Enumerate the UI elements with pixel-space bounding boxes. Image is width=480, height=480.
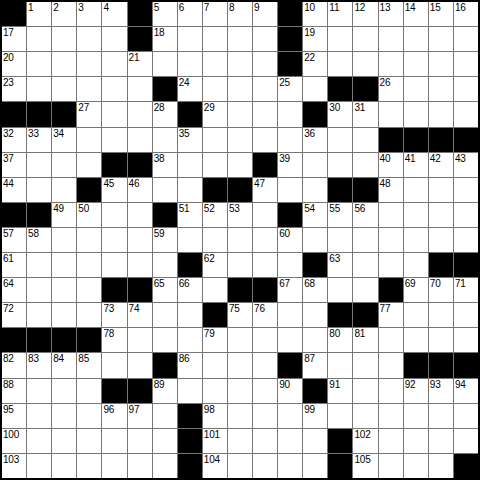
cell-r15c18[interactable]: 94 [454,379,478,403]
cell-r5c12[interactable]: 36 [303,128,327,152]
cell-r4c5[interactable] [128,102,152,126]
cell-r14c1[interactable]: 83 [27,353,51,377]
cell-r10c14[interactable] [353,253,377,277]
cell-r17c17[interactable] [429,429,453,453]
cell-r1c8[interactable] [203,27,227,51]
cell-r13c15[interactable] [379,328,403,352]
cell-r9c17[interactable] [429,228,453,252]
cell-r16c16[interactable] [404,404,428,428]
cell-r16c2[interactable] [52,404,76,428]
cell-r0c10[interactable]: 9 [253,2,277,26]
cell-r9c4[interactable] [102,228,126,252]
cell-r13c16[interactable] [404,328,428,352]
cell-r3c1[interactable] [27,77,51,101]
cell-r6c1[interactable] [27,153,51,177]
cell-r1c2[interactable] [52,27,76,51]
cell-r12c17[interactable] [429,303,453,327]
cell-r5c7[interactable]: 35 [178,128,202,152]
cell-r1c17[interactable] [429,27,453,51]
cell-r12c3[interactable] [77,303,101,327]
cell-r1c1[interactable] [27,27,51,51]
cell-r10c3[interactable] [77,253,101,277]
cell-r13c17[interactable] [429,328,453,352]
cell-r13c18[interactable] [454,328,478,352]
cell-r13c4[interactable]: 78 [102,328,126,352]
cell-r0c1[interactable]: 1 [27,2,51,26]
cell-r11c1[interactable] [27,278,51,302]
cell-r8c4[interactable] [102,203,126,227]
cell-r4c13[interactable]: 30 [328,102,352,126]
cell-r6c6[interactable]: 38 [153,153,177,177]
cell-r14c13[interactable] [328,353,352,377]
cell-r0c2[interactable]: 2 [52,2,76,26]
cell-r18c2[interactable] [52,454,76,478]
cell-r2c5[interactable]: 21 [128,52,152,76]
cell-r4c17[interactable] [429,102,453,126]
cell-r10c9[interactable] [228,253,252,277]
cell-r5c6[interactable] [153,128,177,152]
cell-r3c15[interactable]: 26 [379,77,403,101]
cell-r10c1[interactable] [27,253,51,277]
cell-r15c16[interactable]: 92 [404,379,428,403]
cell-r3c7[interactable]: 24 [178,77,202,101]
cell-r16c10[interactable] [253,404,277,428]
cell-r7c7[interactable] [178,178,202,202]
cell-r9c6[interactable]: 59 [153,228,177,252]
cell-r12c9[interactable]: 75 [228,303,252,327]
cell-r17c16[interactable] [404,429,428,453]
cell-r11c6[interactable]: 65 [153,278,177,302]
cell-r7c10[interactable]: 47 [253,178,277,202]
cell-r4c18[interactable] [454,102,478,126]
cell-r10c0[interactable]: 61 [2,253,26,277]
cell-r6c8[interactable] [203,153,227,177]
cell-r15c17[interactable]: 93 [429,379,453,403]
cell-r16c0[interactable]: 95 [2,404,26,428]
cell-r9c2[interactable] [52,228,76,252]
cell-r10c16[interactable] [404,253,428,277]
cell-r15c10[interactable] [253,379,277,403]
cell-r17c3[interactable] [77,429,101,453]
cell-r1c10[interactable] [253,27,277,51]
cell-r12c4[interactable]: 73 [102,303,126,327]
cell-r2c7[interactable] [178,52,202,76]
cell-r7c6[interactable] [153,178,177,202]
cell-r4c3[interactable]: 27 [77,102,101,126]
cell-r0c4[interactable]: 4 [102,2,126,26]
cell-r8c3[interactable]: 50 [77,203,101,227]
cell-r14c14[interactable] [353,353,377,377]
cell-r3c18[interactable] [454,77,478,101]
cell-r3c2[interactable] [52,77,76,101]
cell-r1c0[interactable]: 17 [2,27,26,51]
cell-r7c4[interactable]: 45 [102,178,126,202]
cell-r12c11[interactable] [278,303,302,327]
cell-r11c8[interactable] [203,278,227,302]
cell-r11c3[interactable] [77,278,101,302]
cell-r12c15[interactable]: 77 [379,303,403,327]
cell-r13c13[interactable]: 80 [328,328,352,352]
cell-r6c12[interactable] [303,153,327,177]
cell-r9c16[interactable] [404,228,428,252]
cell-r14c7[interactable]: 86 [178,353,202,377]
cell-r4c16[interactable] [404,102,428,126]
cell-r13c11[interactable] [278,328,302,352]
cell-r18c6[interactable] [153,454,177,478]
cell-r0c6[interactable]: 5 [153,2,177,26]
cell-r11c2[interactable] [52,278,76,302]
cell-r14c5[interactable] [128,353,152,377]
cell-r16c13[interactable] [328,404,352,428]
cell-r18c12[interactable] [303,454,327,478]
cell-r16c1[interactable] [27,404,51,428]
cell-r15c6[interactable]: 89 [153,379,177,403]
cell-r1c13[interactable] [328,27,352,51]
cell-r12c16[interactable] [404,303,428,327]
cell-r5c14[interactable] [353,128,377,152]
cell-r4c11[interactable] [278,102,302,126]
cell-r3c17[interactable] [429,77,453,101]
cell-r14c15[interactable] [379,353,403,377]
cell-r3c9[interactable] [228,77,252,101]
cell-r17c10[interactable] [253,429,277,453]
cell-r18c11[interactable] [278,454,302,478]
cell-r8c7[interactable]: 51 [178,203,202,227]
cell-r8c15[interactable] [379,203,403,227]
cell-r5c13[interactable] [328,128,352,152]
cell-r4c15[interactable] [379,102,403,126]
cell-r4c4[interactable] [102,102,126,126]
cell-r0c8[interactable]: 7 [203,2,227,26]
cell-r14c10[interactable] [253,353,277,377]
cell-r13c12[interactable] [303,328,327,352]
cell-r18c3[interactable] [77,454,101,478]
cell-r6c9[interactable] [228,153,252,177]
cell-r1c15[interactable] [379,27,403,51]
cell-r2c16[interactable] [404,52,428,76]
cell-r2c15[interactable] [379,52,403,76]
cell-r5c4[interactable] [102,128,126,152]
cell-r11c0[interactable]: 64 [2,278,26,302]
cell-r16c17[interactable] [429,404,453,428]
cell-r2c1[interactable] [27,52,51,76]
cell-r13c14[interactable]: 81 [353,328,377,352]
cell-r15c11[interactable]: 90 [278,379,302,403]
cell-r6c0[interactable]: 37 [2,153,26,177]
cell-r1c16[interactable] [404,27,428,51]
cell-r16c3[interactable] [77,404,101,428]
cell-r5c9[interactable] [228,128,252,152]
cell-r15c8[interactable] [203,379,227,403]
cell-r17c11[interactable] [278,429,302,453]
cell-r8c14[interactable]: 56 [353,203,377,227]
cell-r9c9[interactable] [228,228,252,252]
cell-r15c9[interactable] [228,379,252,403]
cell-r14c3[interactable]: 85 [77,353,101,377]
cell-r3c4[interactable] [102,77,126,101]
cell-r8c18[interactable] [454,203,478,227]
cell-r2c4[interactable] [102,52,126,76]
cell-r7c5[interactable]: 46 [128,178,152,202]
cell-r7c0[interactable]: 44 [2,178,26,202]
cell-r14c0[interactable]: 82 [2,353,26,377]
cell-r8c9[interactable]: 53 [228,203,252,227]
cell-r8c2[interactable]: 49 [52,203,76,227]
cell-r0c18[interactable]: 16 [454,2,478,26]
cell-r6c14[interactable] [353,153,377,177]
cell-r1c3[interactable] [77,27,101,51]
cell-r14c9[interactable] [228,353,252,377]
cell-r2c12[interactable]: 22 [303,52,327,76]
cell-r16c11[interactable] [278,404,302,428]
cell-r3c11[interactable]: 25 [278,77,302,101]
cell-r6c2[interactable] [52,153,76,177]
cell-r8c5[interactable] [128,203,152,227]
cell-r4c8[interactable]: 29 [203,102,227,126]
cell-r9c13[interactable] [328,228,352,252]
cell-r9c18[interactable] [454,228,478,252]
cell-r13c5[interactable] [128,328,152,352]
cell-r15c1[interactable] [27,379,51,403]
cell-r0c14[interactable]: 12 [353,2,377,26]
cell-r15c2[interactable] [52,379,76,403]
cell-r10c6[interactable] [153,253,177,277]
cell-r11c17[interactable]: 70 [429,278,453,302]
cell-r1c7[interactable] [178,27,202,51]
cell-r14c4[interactable] [102,353,126,377]
cell-r12c6[interactable] [153,303,177,327]
cell-r1c6[interactable]: 18 [153,27,177,51]
cell-r15c13[interactable]: 91 [328,379,352,403]
cell-r2c17[interactable] [429,52,453,76]
cell-r7c16[interactable] [404,178,428,202]
cell-r4c9[interactable] [228,102,252,126]
cell-r11c7[interactable]: 66 [178,278,202,302]
cell-r2c0[interactable]: 20 [2,52,26,76]
cell-r16c4[interactable]: 96 [102,404,126,428]
cell-r13c10[interactable] [253,328,277,352]
cell-r10c11[interactable] [278,253,302,277]
cell-r0c16[interactable]: 14 [404,2,428,26]
cell-r13c6[interactable] [153,328,177,352]
cell-r0c13[interactable]: 11 [328,2,352,26]
cell-r2c10[interactable] [253,52,277,76]
cell-r1c14[interactable] [353,27,377,51]
cell-r11c12[interactable]: 68 [303,278,327,302]
cell-r8c10[interactable] [253,203,277,227]
cell-r17c0[interactable]: 100 [2,429,26,453]
cell-r2c3[interactable] [77,52,101,76]
cell-r2c14[interactable] [353,52,377,76]
cell-r5c0[interactable]: 32 [2,128,26,152]
cell-r15c15[interactable] [379,379,403,403]
cell-r14c8[interactable] [203,353,227,377]
cell-r18c14[interactable]: 105 [353,454,377,478]
cell-r12c18[interactable] [454,303,478,327]
cell-r1c9[interactable] [228,27,252,51]
cell-r0c7[interactable]: 6 [178,2,202,26]
cell-r2c2[interactable] [52,52,76,76]
cell-r12c2[interactable] [52,303,76,327]
cell-r10c15[interactable] [379,253,403,277]
cell-r0c15[interactable]: 13 [379,2,403,26]
cell-r8c13[interactable]: 55 [328,203,352,227]
cell-r10c4[interactable] [102,253,126,277]
cell-r0c12[interactable]: 10 [303,2,327,26]
cell-r16c18[interactable] [454,404,478,428]
cell-r18c0[interactable]: 103 [2,454,26,478]
cell-r16c15[interactable] [379,404,403,428]
cell-r17c4[interactable] [102,429,126,453]
cell-r3c12[interactable] [303,77,327,101]
cell-r17c12[interactable] [303,429,327,453]
cell-r18c15[interactable] [379,454,403,478]
cell-r6c16[interactable]: 41 [404,153,428,177]
cell-r10c8[interactable]: 62 [203,253,227,277]
cell-r1c4[interactable] [102,27,126,51]
cell-r12c12[interactable] [303,303,327,327]
cell-r9c11[interactable]: 60 [278,228,302,252]
cell-r9c8[interactable] [203,228,227,252]
cell-r2c9[interactable] [228,52,252,76]
cell-r17c5[interactable] [128,429,152,453]
cell-r6c7[interactable] [178,153,202,177]
cell-r9c12[interactable] [303,228,327,252]
cell-r14c12[interactable]: 87 [303,353,327,377]
cell-r18c8[interactable]: 104 [203,454,227,478]
cell-r5c1[interactable]: 33 [27,128,51,152]
cell-r9c3[interactable] [77,228,101,252]
cell-r18c16[interactable] [404,454,428,478]
cell-r6c18[interactable]: 43 [454,153,478,177]
cell-r18c1[interactable] [27,454,51,478]
cell-r16c8[interactable]: 98 [203,404,227,428]
cell-r7c17[interactable] [429,178,453,202]
cell-r9c7[interactable] [178,228,202,252]
cell-r8c16[interactable] [404,203,428,227]
cell-r11c13[interactable] [328,278,352,302]
cell-r3c0[interactable]: 23 [2,77,26,101]
cell-r16c14[interactable] [353,404,377,428]
cell-r12c7[interactable] [178,303,202,327]
cell-r13c9[interactable] [228,328,252,352]
cell-r0c9[interactable]: 8 [228,2,252,26]
cell-r10c13[interactable]: 63 [328,253,352,277]
cell-r9c1[interactable]: 58 [27,228,51,252]
cell-r10c2[interactable] [52,253,76,277]
cell-r15c0[interactable]: 88 [2,379,26,403]
cell-r6c13[interactable] [328,153,352,177]
cell-r18c10[interactable] [253,454,277,478]
cell-r11c11[interactable]: 67 [278,278,302,302]
cell-r0c3[interactable]: 3 [77,2,101,26]
cell-r2c8[interactable] [203,52,227,76]
cell-r6c17[interactable]: 42 [429,153,453,177]
cell-r16c12[interactable]: 99 [303,404,327,428]
cell-r15c3[interactable] [77,379,101,403]
cell-r3c3[interactable] [77,77,101,101]
cell-r17c2[interactable] [52,429,76,453]
cell-r17c1[interactable] [27,429,51,453]
cell-r7c1[interactable] [27,178,51,202]
cell-r13c7[interactable] [178,328,202,352]
cell-r3c5[interactable] [128,77,152,101]
cell-r15c7[interactable] [178,379,202,403]
cell-r7c11[interactable] [278,178,302,202]
cell-r1c18[interactable] [454,27,478,51]
cell-r16c9[interactable] [228,404,252,428]
cell-r11c16[interactable]: 69 [404,278,428,302]
cell-r2c6[interactable] [153,52,177,76]
cell-r17c8[interactable]: 101 [203,429,227,453]
cell-r7c18[interactable] [454,178,478,202]
cell-r14c2[interactable]: 84 [52,353,76,377]
cell-r18c17[interactable] [429,454,453,478]
cell-r12c5[interactable]: 74 [128,303,152,327]
cell-r3c16[interactable] [404,77,428,101]
cell-r9c0[interactable]: 57 [2,228,26,252]
cell-r5c10[interactable] [253,128,277,152]
cell-r5c3[interactable] [77,128,101,152]
cell-r1c12[interactable]: 19 [303,27,327,51]
cell-r18c5[interactable] [128,454,152,478]
cell-r9c10[interactable] [253,228,277,252]
cell-r16c5[interactable]: 97 [128,404,152,428]
cell-r17c6[interactable] [153,429,177,453]
cell-r9c14[interactable] [353,228,377,252]
cell-r10c10[interactable] [253,253,277,277]
cell-r3c8[interactable] [203,77,227,101]
cell-r18c9[interactable] [228,454,252,478]
cell-r7c2[interactable] [52,178,76,202]
cell-r16c6[interactable] [153,404,177,428]
cell-r17c18[interactable] [454,429,478,453]
cell-r17c14[interactable]: 102 [353,429,377,453]
cell-r18c4[interactable] [102,454,126,478]
cell-r15c14[interactable] [353,379,377,403]
cell-r5c8[interactable] [203,128,227,152]
cell-r7c12[interactable] [303,178,327,202]
cell-r2c13[interactable] [328,52,352,76]
cell-r4c14[interactable]: 31 [353,102,377,126]
cell-r4c6[interactable]: 28 [153,102,177,126]
cell-r7c15[interactable]: 48 [379,178,403,202]
cell-r6c3[interactable] [77,153,101,177]
cell-r17c9[interactable] [228,429,252,453]
cell-r5c11[interactable] [278,128,302,152]
cell-r12c1[interactable] [27,303,51,327]
cell-r6c15[interactable]: 40 [379,153,403,177]
cell-r9c15[interactable] [379,228,403,252]
cell-r6c11[interactable]: 39 [278,153,302,177]
cell-r12c0[interactable]: 72 [2,303,26,327]
cell-r4c10[interactable] [253,102,277,126]
cell-r5c5[interactable] [128,128,152,152]
cell-r8c17[interactable] [429,203,453,227]
cell-r5c2[interactable]: 34 [52,128,76,152]
cell-r8c12[interactable]: 54 [303,203,327,227]
cell-r9c5[interactable] [128,228,152,252]
cell-r12c10[interactable]: 76 [253,303,277,327]
cell-r0c17[interactable]: 15 [429,2,453,26]
cell-r13c8[interactable]: 79 [203,328,227,352]
cell-r11c18[interactable]: 71 [454,278,478,302]
cell-r10c5[interactable] [128,253,152,277]
cell-r3c10[interactable] [253,77,277,101]
cell-r11c14[interactable] [353,278,377,302]
cell-r17c15[interactable] [379,429,403,453]
cell-r2c18[interactable] [454,52,478,76]
